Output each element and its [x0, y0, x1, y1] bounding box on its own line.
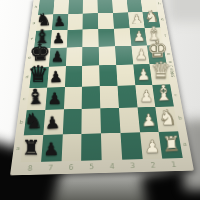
square-h3 — [112, 0, 128, 13]
chess-board: 87654321 hgfedcba hgfedcba ® CHESS ♜♟♟♜♞… — [10, 0, 194, 175]
square-h5 — [83, 0, 98, 13]
coordinate-label: 1 — [163, 160, 185, 170]
square-c8 — [27, 87, 47, 110]
square-c5 — [82, 86, 100, 109]
background-shade-top-right — [168, 0, 200, 22]
coordinate-label: 4 — [102, 161, 123, 171]
photo-scene: 87654321 hgfedcba hgfedcba ® CHESS ♜♟♟♜♞… — [0, 0, 200, 200]
square-h8 — [38, 0, 54, 15]
square-b6 — [62, 109, 82, 134]
square-c7 — [45, 87, 64, 110]
coordinate-label: 3 — [122, 161, 143, 171]
coordinate-label: 6 — [61, 162, 82, 172]
square-b8 — [24, 110, 45, 135]
square-e3 — [115, 46, 133, 65]
coordinate-label: 5 — [81, 162, 102, 172]
square-c6 — [64, 86, 83, 109]
square-g8 — [36, 14, 53, 31]
square-b4 — [100, 108, 120, 133]
square-f3 — [114, 28, 131, 46]
square-a7 — [41, 134, 63, 162]
square-d8 — [29, 67, 48, 88]
coordinates-bottom: 87654321 — [19, 160, 184, 174]
square-f8 — [34, 30, 52, 48]
square-d5 — [82, 65, 100, 86]
square-d6 — [65, 66, 83, 87]
square-e8 — [32, 48, 50, 67]
square-e6 — [66, 47, 83, 66]
coordinate-label: g — [158, 11, 167, 27]
coordinate-label: 7 — [40, 163, 61, 173]
square-e4 — [99, 46, 116, 65]
square-a6 — [61, 134, 82, 162]
square-a5 — [81, 133, 101, 161]
square-e7 — [49, 47, 67, 66]
square-b5 — [82, 108, 101, 133]
square-g7 — [52, 14, 68, 31]
coordinate-label: 8 — [19, 163, 40, 173]
square-b3 — [119, 107, 140, 132]
square-g4 — [98, 13, 114, 29]
square-g3 — [113, 12, 130, 28]
square-f5 — [83, 29, 99, 47]
square-a8 — [21, 135, 44, 163]
coordinate-label: h — [155, 0, 164, 11]
square-d4 — [99, 65, 117, 86]
square-h4 — [97, 0, 112, 13]
square-f4 — [98, 29, 115, 47]
square-f6 — [66, 29, 82, 47]
square-g6 — [67, 13, 83, 30]
square-h2 — [126, 0, 142, 12]
square-a4 — [101, 133, 122, 161]
square-d3 — [116, 64, 135, 85]
square-f7 — [50, 30, 67, 48]
coordinate-label: 2 — [142, 160, 164, 170]
square-c4 — [100, 85, 119, 108]
board-border: 87654321 hgfedcba hgfedcba ® CHESS — [10, 0, 194, 175]
square-b7 — [43, 109, 63, 134]
square-a3 — [120, 132, 142, 160]
square-c3 — [117, 85, 137, 108]
square-g5 — [83, 13, 99, 29]
square-d7 — [47, 66, 66, 87]
board-grid — [21, 0, 183, 162]
square-h6 — [68, 0, 83, 14]
square-e5 — [82, 46, 99, 65]
square-h7 — [53, 0, 69, 14]
